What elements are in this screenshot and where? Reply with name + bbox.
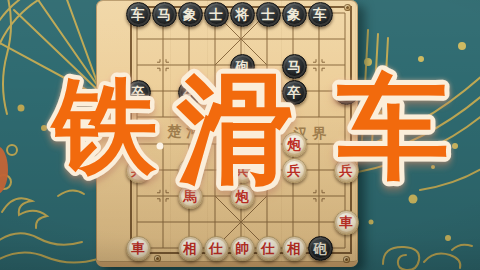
piece-black-elephant[interactable]: 象 [282, 2, 307, 27]
piece-glyph: 帥 [235, 237, 249, 260]
piece-black-horse[interactable]: 马 [152, 2, 177, 27]
piece-glyph: 兵 [183, 159, 197, 182]
piece-glyph: 兵 [235, 159, 249, 182]
piece-glyph: 車 [131, 237, 145, 260]
right-wind-lines [354, 74, 480, 190]
piece-glyph: 卒 [131, 81, 145, 104]
piece-glyph: 車 [339, 211, 353, 234]
board-screw [344, 4, 351, 11]
piece-glyph: 兵 [287, 159, 301, 182]
piece-red-chariot[interactable]: 車 [126, 236, 151, 261]
piece-glyph: 象 [287, 3, 301, 26]
piece-red-soldier[interactable]: 兵 [334, 158, 359, 183]
piece-black-soldier[interactable]: 卒 [334, 80, 359, 105]
piece-glyph: 车 [313, 3, 327, 26]
xiangqi-board[interactable]: 楚 河 汉 界 车马象士将士象车砲马卒卒卒卒卒砲炮兵兵兵兵兵馬炮車車相仕帥仕相 [96, 0, 358, 267]
screen: 楚 河 汉 界 车马象士将士象车砲马卒卒卒卒卒砲炮兵兵兵兵兵馬炮車車相仕帥仕相 … [0, 0, 480, 270]
piece-glyph: 砲 [313, 237, 327, 260]
piece-red-general[interactable]: 帥 [230, 236, 255, 261]
piece-glyph: 将 [235, 3, 249, 26]
piece-glyph: 仕 [261, 237, 275, 260]
piece-black-soldier[interactable]: 卒 [178, 80, 203, 105]
piece-black-chariot[interactable]: 车 [308, 2, 333, 27]
piece-glyph: 卒 [183, 81, 197, 104]
right-ribbon [356, 30, 394, 148]
piece-red-chariot[interactable]: 車 [334, 210, 359, 235]
piece-red-cannon[interactable]: 炮 [230, 184, 255, 209]
piece-black-elephant[interactable]: 象 [178, 2, 203, 27]
piece-black-soldier[interactable]: 卒 [126, 80, 151, 105]
piece-glyph: 象 [183, 3, 197, 26]
board-screw [154, 255, 161, 262]
piece-red-soldier[interactable]: 兵 [282, 158, 307, 183]
river-label-left: 楚 河 [167, 123, 201, 139]
piece-black-soldier[interactable]: 卒 [282, 80, 307, 105]
piece-glyph: 士 [209, 3, 223, 26]
piece-black-general[interactable]: 将 [230, 2, 255, 27]
piece-glyph: 卒 [235, 81, 249, 104]
piece-black-advisor[interactable]: 士 [256, 2, 281, 27]
piece-glyph: 马 [287, 55, 301, 78]
piece-glyph: 兵 [339, 159, 353, 182]
piece-glyph: 卒 [339, 81, 353, 104]
piece-glyph: 士 [261, 3, 275, 26]
piece-black-soldier[interactable]: 卒 [230, 80, 255, 105]
board-grid: 楚 河 汉 界 [96, 0, 358, 262]
piece-glyph: 兵 [131, 159, 145, 182]
piece-glyph: 马 [157, 3, 171, 26]
piece-glyph: 馬 [183, 185, 197, 208]
orange-cloud [0, 146, 8, 194]
piece-black-advisor[interactable]: 士 [204, 2, 229, 27]
piece-glyph: 相 [287, 237, 301, 260]
piece-red-soldier[interactable]: 兵 [126, 158, 151, 183]
piece-glyph: 炮 [235, 185, 249, 208]
piece-red-advisor[interactable]: 仕 [256, 236, 281, 261]
piece-red-cannon[interactable]: 炮 [282, 132, 307, 157]
piece-black-horse[interactable]: 马 [282, 54, 307, 79]
piece-glyph: 砲 [235, 55, 249, 78]
piece-black-cannon[interactable]: 砲 [308, 236, 333, 261]
piece-glyph: 炮 [287, 133, 301, 156]
piece-glyph: 仕 [209, 237, 223, 260]
piece-red-soldier[interactable]: 兵 [178, 158, 203, 183]
bottom-left-waves [0, 190, 98, 262]
bottom-right-clouds [383, 245, 472, 270]
piece-glyph: 卒 [287, 81, 301, 104]
left-edge-decoration [0, 0, 46, 189]
piece-black-cannon[interactable]: 砲 [230, 54, 255, 79]
piece-glyph: 相 [183, 237, 197, 260]
board-screw [343, 256, 350, 263]
piece-black-chariot[interactable]: 车 [126, 2, 151, 27]
piece-red-horse[interactable]: 馬 [178, 184, 203, 209]
piece-glyph: 车 [131, 3, 145, 26]
piece-red-soldier[interactable]: 兵 [230, 158, 255, 183]
fan-decoration [0, 0, 104, 96]
piece-red-advisor[interactable]: 仕 [204, 236, 229, 261]
piece-red-elephant[interactable]: 相 [282, 236, 307, 261]
piece-red-elephant[interactable]: 相 [178, 236, 203, 261]
